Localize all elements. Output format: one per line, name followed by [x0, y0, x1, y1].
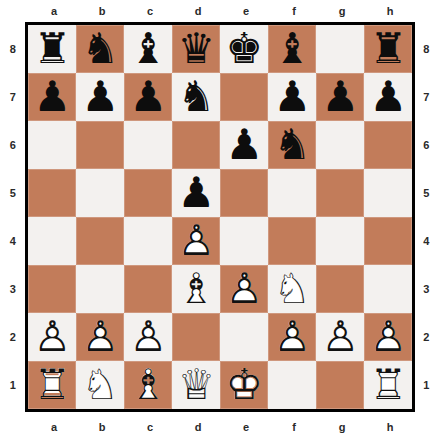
- square-h8[interactable]: ♜: [364, 25, 412, 73]
- board-middle-band: 87654321 ♜♞♝♛♚♝♜♟♟♟♞♟♟♟♟♞♟♟♙♝♗♟♙♞♘♟♙♟♙♟♙…: [0, 22, 437, 412]
- square-d8[interactable]: ♛: [172, 25, 220, 73]
- rank-label-8: 8: [0, 25, 25, 73]
- rank-label-1: 1: [415, 361, 437, 409]
- file-label-f: f: [270, 422, 318, 433]
- piece-black-king: ♚: [220, 25, 268, 73]
- square-g2[interactable]: ♟♙: [316, 313, 364, 361]
- square-c4[interactable]: [124, 217, 172, 265]
- file-label-f: f: [270, 6, 318, 17]
- file-label-a: a: [30, 422, 78, 433]
- square-d6[interactable]: [172, 121, 220, 169]
- piece-black-rook: ♜: [364, 25, 412, 73]
- square-a1[interactable]: ♜♖: [28, 361, 76, 409]
- rank-labels-right: 87654321: [415, 22, 437, 412]
- piece-glyph-outline: ♙: [220, 265, 268, 313]
- rank-label-5: 5: [0, 169, 25, 217]
- square-a8[interactable]: ♜: [28, 25, 76, 73]
- square-b7[interactable]: ♟: [76, 73, 124, 121]
- square-f5[interactable]: [268, 169, 316, 217]
- square-b3[interactable]: [76, 265, 124, 313]
- piece-glyph-outline: ♘: [76, 361, 124, 409]
- file-label-e: e: [222, 422, 270, 433]
- piece-white-pawn: ♟♙: [268, 313, 316, 361]
- piece-black-pawn: ♟: [220, 121, 268, 169]
- piece-black-knight: ♞: [76, 25, 124, 73]
- piece-glyph-outline: ♙: [76, 313, 124, 361]
- piece-black-bishop: ♝: [268, 25, 316, 73]
- square-a4[interactable]: [28, 217, 76, 265]
- piece-black-pawn: ♟: [172, 169, 220, 217]
- square-g8[interactable]: [316, 25, 364, 73]
- square-d1[interactable]: ♛♕: [172, 361, 220, 409]
- square-b2[interactable]: ♟♙: [76, 313, 124, 361]
- rank-label-6: 6: [415, 121, 437, 169]
- square-g6[interactable]: [316, 121, 364, 169]
- square-d2[interactable]: [172, 313, 220, 361]
- square-c3[interactable]: [124, 265, 172, 313]
- square-g7[interactable]: ♟: [316, 73, 364, 121]
- square-h1[interactable]: ♜♖: [364, 361, 412, 409]
- square-a2[interactable]: ♟♙: [28, 313, 76, 361]
- square-b8[interactable]: ♞: [76, 25, 124, 73]
- piece-glyph-outline: ♙: [316, 313, 364, 361]
- piece-white-queen: ♛♕: [172, 361, 220, 409]
- file-label-g: g: [318, 6, 366, 17]
- piece-glyph-outline: ♗: [124, 361, 172, 409]
- piece-white-pawn: ♟♙: [364, 313, 412, 361]
- square-d4[interactable]: ♟♙: [172, 217, 220, 265]
- square-h5[interactable]: [364, 169, 412, 217]
- square-a5[interactable]: [28, 169, 76, 217]
- file-label-a: a: [30, 6, 78, 17]
- rank-label-3: 3: [0, 265, 25, 313]
- square-b6[interactable]: [76, 121, 124, 169]
- square-h3[interactable]: [364, 265, 412, 313]
- piece-white-pawn: ♟♙: [28, 313, 76, 361]
- chess-diagram: abcdefgh 87654321 ♜♞♝♛♚♝♜♟♟♟♞♟♟♟♟♞♟♟♙♝♗♟…: [0, 0, 437, 445]
- square-b1[interactable]: ♞♘: [76, 361, 124, 409]
- square-f8[interactable]: ♝: [268, 25, 316, 73]
- chess-board: ♜♞♝♛♚♝♜♟♟♟♞♟♟♟♟♞♟♟♙♝♗♟♙♞♘♟♙♟♙♟♙♟♙♟♙♟♙♜♖♞…: [25, 22, 415, 412]
- piece-black-rook: ♜: [28, 25, 76, 73]
- rank-label-5: 5: [415, 169, 437, 217]
- piece-black-knight: ♞: [172, 73, 220, 121]
- square-b5[interactable]: [76, 169, 124, 217]
- rank-label-2: 2: [415, 313, 437, 361]
- piece-white-pawn: ♟♙: [76, 313, 124, 361]
- piece-black-pawn: ♟: [268, 73, 316, 121]
- file-label-d: d: [174, 422, 222, 433]
- piece-white-king: ♚♔: [220, 361, 268, 409]
- square-g1[interactable]: [316, 361, 364, 409]
- square-c7[interactable]: ♟: [124, 73, 172, 121]
- rank-label-1: 1: [0, 361, 25, 409]
- square-e6[interactable]: ♟: [220, 121, 268, 169]
- square-h2[interactable]: ♟♙: [364, 313, 412, 361]
- rank-label-2: 2: [0, 313, 25, 361]
- piece-white-pawn: ♟♙: [124, 313, 172, 361]
- file-label-c: c: [126, 6, 174, 17]
- file-label-h: h: [366, 6, 414, 17]
- rank-label-3: 3: [415, 265, 437, 313]
- file-labels-top: abcdefgh: [30, 0, 414, 22]
- square-e8[interactable]: ♚: [220, 25, 268, 73]
- piece-white-knight: ♞♘: [268, 265, 316, 313]
- square-g5[interactable]: [316, 169, 364, 217]
- square-f4[interactable]: [268, 217, 316, 265]
- square-g3[interactable]: [316, 265, 364, 313]
- square-e5[interactable]: [220, 169, 268, 217]
- rank-label-6: 6: [0, 121, 25, 169]
- square-f1[interactable]: [268, 361, 316, 409]
- square-c2[interactable]: ♟♙: [124, 313, 172, 361]
- piece-white-knight: ♞♘: [76, 361, 124, 409]
- piece-white-bishop: ♝♗: [172, 265, 220, 313]
- square-e7[interactable]: [220, 73, 268, 121]
- square-e4[interactable]: [220, 217, 268, 265]
- square-e2[interactable]: [220, 313, 268, 361]
- square-c8[interactable]: ♝: [124, 25, 172, 73]
- file-label-c: c: [126, 422, 174, 433]
- piece-black-pawn: ♟: [316, 73, 364, 121]
- piece-white-rook: ♜♖: [28, 361, 76, 409]
- square-d5[interactable]: ♟: [172, 169, 220, 217]
- square-a7[interactable]: ♟: [28, 73, 76, 121]
- piece-glyph-outline: ♗: [172, 265, 220, 313]
- piece-white-bishop: ♝♗: [124, 361, 172, 409]
- piece-glyph-outline: ♕: [172, 361, 220, 409]
- piece-black-pawn: ♟: [364, 73, 412, 121]
- square-e1[interactable]: ♚♔: [220, 361, 268, 409]
- square-e3[interactable]: ♟♙: [220, 265, 268, 313]
- square-c6[interactable]: [124, 121, 172, 169]
- square-d7[interactable]: ♞: [172, 73, 220, 121]
- file-label-g: g: [318, 422, 366, 433]
- file-label-d: d: [174, 6, 222, 17]
- piece-white-rook: ♜♖: [364, 361, 412, 409]
- rank-label-7: 7: [415, 73, 437, 121]
- piece-glyph-outline: ♔: [220, 361, 268, 409]
- file-label-h: h: [366, 422, 414, 433]
- piece-glyph-outline: ♖: [364, 361, 412, 409]
- piece-glyph-outline: ♖: [28, 361, 76, 409]
- rank-label-4: 4: [415, 217, 437, 265]
- square-f7[interactable]: ♟: [268, 73, 316, 121]
- piece-black-knight: ♞: [268, 121, 316, 169]
- square-d3[interactable]: ♝♗: [172, 265, 220, 313]
- square-h6[interactable]: [364, 121, 412, 169]
- rank-label-8: 8: [415, 25, 437, 73]
- file-label-e: e: [222, 6, 270, 17]
- rank-labels-left: 87654321: [0, 22, 25, 412]
- piece-black-queen: ♛: [172, 25, 220, 73]
- rank-label-4: 4: [0, 217, 25, 265]
- square-f6[interactable]: ♞: [268, 121, 316, 169]
- piece-white-pawn: ♟♙: [172, 217, 220, 265]
- piece-glyph-outline: ♙: [268, 313, 316, 361]
- square-a6[interactable]: [28, 121, 76, 169]
- piece-glyph-outline: ♙: [364, 313, 412, 361]
- square-c5[interactable]: [124, 169, 172, 217]
- square-h4[interactable]: [364, 217, 412, 265]
- piece-black-pawn: ♟: [124, 73, 172, 121]
- square-a3[interactable]: [28, 265, 76, 313]
- square-c1[interactable]: ♝♗: [124, 361, 172, 409]
- piece-black-bishop: ♝: [124, 25, 172, 73]
- square-h7[interactable]: ♟: [364, 73, 412, 121]
- piece-glyph-outline: ♙: [28, 313, 76, 361]
- piece-black-pawn: ♟: [28, 73, 76, 121]
- piece-glyph-outline: ♙: [124, 313, 172, 361]
- piece-white-pawn: ♟♙: [316, 313, 364, 361]
- piece-glyph-outline: ♙: [172, 217, 220, 265]
- piece-black-pawn: ♟: [76, 73, 124, 121]
- piece-glyph-outline: ♘: [268, 265, 316, 313]
- rank-label-7: 7: [0, 73, 25, 121]
- square-b4[interactable]: [76, 217, 124, 265]
- square-f2[interactable]: ♟♙: [268, 313, 316, 361]
- file-label-b: b: [78, 422, 126, 433]
- square-g4[interactable]: [316, 217, 364, 265]
- square-f3[interactable]: ♞♘: [268, 265, 316, 313]
- piece-white-pawn: ♟♙: [220, 265, 268, 313]
- file-label-b: b: [78, 6, 126, 17]
- file-labels-bottom: abcdefgh: [30, 412, 414, 442]
